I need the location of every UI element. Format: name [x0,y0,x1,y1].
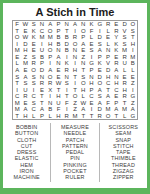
word-list: BOBBINBUTTONCLOTHCUTDRESSELASTICHEMIRONM… [3,123,147,182]
grid-cell[interactable]: L [30,112,38,119]
grid-cell[interactable]: M [71,112,79,119]
grid-cell[interactable]: T [112,112,120,119]
word-search-grid: FWSNAPNANKGREDOTEKCOPTIOFILRVSOWKMMBBRPL… [12,20,138,120]
grid-cell[interactable]: R [63,112,71,119]
grid-cell[interactable]: G [129,112,137,119]
grid-cell[interactable]: T [13,112,21,119]
grid-cell[interactable]: T [79,112,87,119]
word-item: ZIPPER [100,174,147,180]
grid-cell[interactable]: H [54,112,62,119]
grid-cell[interactable]: L [120,112,128,119]
grid-cell[interactable]: P [38,112,46,119]
word-list-column: MEASURENEEDLEPATCHPATTERNPEDALPINPINKING… [50,123,98,182]
grid-cell[interactable]: T [87,112,95,119]
grid-cell[interactable]: R [96,112,104,119]
word-item: RULER [51,174,98,180]
word-list-column: BOBBINBUTTONCLOTHCUTDRESSELASTICHEMIRONM… [3,123,50,182]
word-list-column: SCISSORSSEAMSNAPSTITCHTAPETHIMBLETHREADZ… [99,123,147,182]
puzzle-card: A Stich in Time FWSNAPNANKGREDOTEKCOPTIO… [0,0,150,194]
grid-cell[interactable]: L [46,112,54,119]
grid-cell[interactable]: O [104,112,112,119]
grid-cell[interactable]: H [21,112,29,119]
puzzle-title: A Stich in Time [3,6,147,18]
word-item: MACHINE [3,174,50,180]
